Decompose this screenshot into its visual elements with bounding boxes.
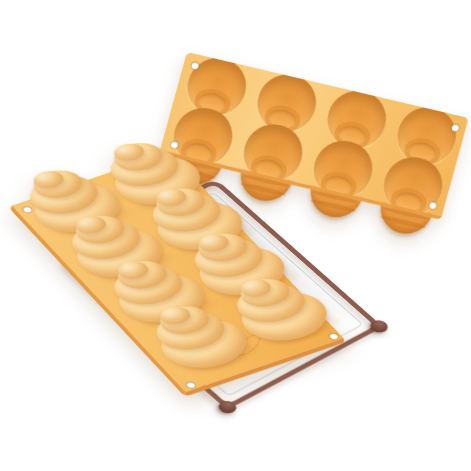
cavity-grid: [187, 52, 469, 118]
product-photo-scene: [0, 0, 471, 471]
dome-grid: [8, 152, 170, 207]
frame-corner-joint: [367, 318, 391, 335]
corner-hole: [451, 124, 460, 132]
corner-hole: [185, 381, 196, 388]
corner-hole: [429, 201, 438, 209]
corner-hole: [328, 333, 339, 340]
frame-corner-joint: [215, 399, 239, 416]
